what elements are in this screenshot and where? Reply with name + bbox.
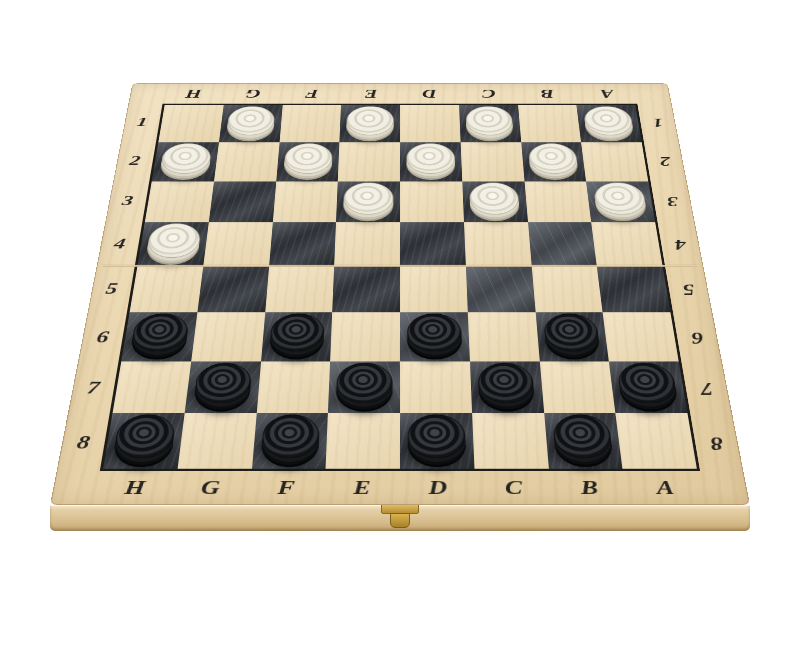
rank-label-right-2: 2 — [644, 141, 687, 180]
file-labels-bottom: HGFEDCBA — [94, 471, 706, 505]
square-g8[interactable] — [177, 413, 256, 468]
square-b2[interactable] — [521, 142, 586, 181]
square-c5[interactable] — [466, 266, 536, 312]
square-f7[interactable] — [256, 361, 330, 413]
square-e2[interactable] — [338, 142, 400, 181]
square-e4[interactable] — [334, 222, 400, 266]
square-a6[interactable] — [603, 312, 679, 361]
square-g6[interactable] — [191, 312, 265, 361]
file-label-bottom-c: C — [475, 471, 553, 505]
black-man-h8[interactable] — [113, 415, 177, 458]
file-label-bottom-f: F — [247, 471, 325, 505]
file-label-top-b: B — [517, 83, 578, 104]
file-label-top-c: C — [458, 83, 518, 104]
checkers-board: HGFEDCBA 12345678 12345678 HGFEDCBA — [50, 83, 750, 505]
square-h3[interactable] — [145, 181, 214, 222]
file-label-top-a: A — [575, 83, 637, 104]
black-man-d6[interactable] — [407, 313, 462, 351]
white-man-d2[interactable] — [406, 143, 455, 174]
square-d1[interactable] — [400, 105, 460, 142]
white-man-a3[interactable] — [593, 182, 647, 214]
rank-label-right-5: 5 — [665, 266, 712, 313]
box-front-edge — [50, 505, 750, 531]
square-e6[interactable] — [330, 312, 400, 361]
square-b7[interactable] — [539, 361, 615, 413]
rank-label-right-3: 3 — [651, 180, 695, 222]
file-label-bottom-d: D — [400, 471, 477, 505]
black-man-b8[interactable] — [552, 415, 614, 458]
white-man-c3[interactable] — [469, 182, 520, 214]
square-b3[interactable] — [524, 181, 591, 222]
file-label-bottom-h: H — [94, 471, 175, 505]
file-label-bottom-b: B — [550, 471, 629, 505]
square-g3[interactable] — [209, 181, 276, 222]
square-d3[interactable] — [400, 181, 464, 222]
white-man-f2[interactable] — [283, 143, 333, 174]
square-f3[interactable] — [272, 181, 338, 222]
white-man-e3[interactable] — [343, 182, 393, 214]
square-f4[interactable] — [269, 222, 336, 266]
square-b8[interactable] — [544, 413, 623, 468]
square-c2[interactable] — [460, 142, 524, 181]
square-c4[interactable] — [464, 222, 531, 266]
black-man-f6[interactable] — [269, 313, 325, 351]
photo-scene: HGFEDCBA 12345678 12345678 HGFEDCBA — [0, 0, 800, 652]
square-g1[interactable] — [219, 105, 283, 142]
rank-label-right-4: 4 — [658, 222, 704, 266]
square-c1[interactable] — [459, 105, 521, 142]
white-man-a1[interactable] — [583, 106, 634, 135]
black-man-a7[interactable] — [617, 363, 679, 404]
file-label-top-d: D — [400, 83, 459, 104]
square-f6[interactable] — [261, 312, 333, 361]
square-f5[interactable] — [265, 266, 335, 312]
square-a8[interactable] — [616, 413, 697, 468]
square-h6[interactable] — [121, 312, 197, 361]
square-h7[interactable] — [113, 361, 191, 413]
white-man-e1[interactable] — [346, 106, 393, 135]
square-a7[interactable] — [609, 361, 687, 413]
square-g5[interactable] — [197, 266, 269, 312]
square-h2[interactable] — [152, 142, 219, 181]
rank-label-right-6: 6 — [673, 313, 722, 363]
square-a5[interactable] — [597, 266, 670, 312]
black-man-d8[interactable] — [408, 415, 466, 458]
square-f1[interactable] — [279, 105, 341, 142]
square-b6[interactable] — [535, 312, 609, 361]
square-g2[interactable] — [214, 142, 279, 181]
square-e3[interactable] — [336, 181, 400, 222]
square-e1[interactable] — [340, 105, 400, 142]
brass-clasp-hook — [390, 513, 410, 528]
square-d5[interactable] — [400, 266, 468, 312]
square-d4[interactable] — [400, 222, 466, 266]
square-a3[interactable] — [586, 181, 655, 222]
square-h8[interactable] — [103, 413, 184, 468]
white-man-h2[interactable] — [160, 143, 213, 174]
file-label-top-h: H — [163, 83, 225, 104]
square-g4[interactable] — [203, 222, 272, 266]
white-man-b2[interactable] — [527, 143, 578, 174]
square-d6[interactable] — [400, 312, 470, 361]
rank-label-right-8: 8 — [691, 415, 744, 471]
black-man-h6[interactable] — [130, 313, 190, 351]
black-man-g7[interactable] — [193, 363, 253, 404]
black-man-e7[interactable] — [336, 363, 392, 404]
square-a2[interactable] — [581, 142, 648, 181]
black-man-b6[interactable] — [543, 313, 601, 351]
square-f8[interactable] — [252, 413, 329, 468]
play-area — [100, 104, 700, 471]
square-f2[interactable] — [276, 142, 340, 181]
file-label-bottom-g: G — [171, 471, 250, 505]
white-man-h4[interactable] — [146, 224, 202, 258]
square-c8[interactable] — [472, 413, 549, 468]
square-e7[interactable] — [328, 361, 400, 413]
black-man-f8[interactable] — [260, 415, 320, 458]
white-man-g1[interactable] — [226, 106, 276, 135]
black-man-c7[interactable] — [477, 363, 535, 404]
file-label-bottom-a: A — [625, 471, 706, 505]
square-a1[interactable] — [577, 105, 642, 142]
rank-label-right-1: 1 — [637, 104, 678, 141]
square-h4[interactable] — [137, 222, 208, 266]
rank-label-right-7: 7 — [682, 362, 733, 415]
square-e5[interactable] — [332, 266, 400, 312]
file-label-top-e: E — [341, 83, 400, 104]
square-d7[interactable] — [400, 361, 472, 413]
square-b4[interactable] — [528, 222, 597, 266]
file-label-top-f: F — [281, 83, 341, 104]
square-c7[interactable] — [470, 361, 544, 413]
square-c6[interactable] — [468, 312, 540, 361]
white-man-c1[interactable] — [465, 106, 514, 135]
square-a4[interactable] — [591, 222, 662, 266]
square-d8[interactable] — [400, 413, 474, 468]
square-e8[interactable] — [326, 413, 400, 468]
square-b1[interactable] — [518, 105, 582, 142]
square-b5[interactable] — [531, 266, 603, 312]
file-label-bottom-e: E — [324, 471, 401, 505]
square-c3[interactable] — [462, 181, 528, 222]
file-labels-top: HGFEDCBA — [163, 83, 638, 104]
square-g7[interactable] — [184, 361, 260, 413]
square-h1[interactable] — [158, 105, 223, 142]
square-h5[interactable] — [130, 266, 203, 312]
file-label-top-g: G — [222, 83, 283, 104]
square-d2[interactable] — [400, 142, 462, 181]
